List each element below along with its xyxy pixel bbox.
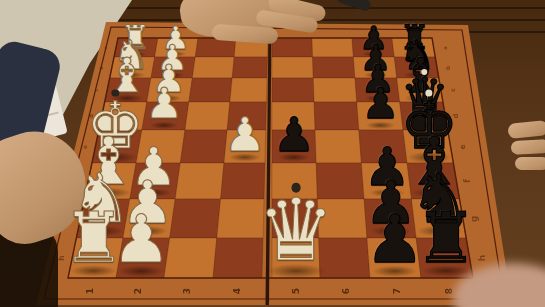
right-player-finger xyxy=(515,157,545,170)
file-label-left-b: b xyxy=(98,66,103,69)
piece-white-pawn-e4[interactable]: ♟ xyxy=(224,111,266,158)
square-h4[interactable] xyxy=(213,238,263,278)
white-queen-finial xyxy=(291,183,300,192)
rank-label-3: 3 xyxy=(182,288,192,294)
rank-label-5: 5 xyxy=(291,288,301,294)
square-g3[interactable] xyxy=(170,199,221,238)
square-c3[interactable] xyxy=(189,78,232,102)
square-c5[interactable] xyxy=(272,78,314,102)
square-b3[interactable] xyxy=(192,57,234,78)
rank-label-1: 1 xyxy=(85,288,95,294)
square-c6[interactable] xyxy=(313,78,357,102)
square-c4[interactable] xyxy=(230,78,267,102)
file-label-right-a: a xyxy=(442,46,448,49)
square-a6[interactable] xyxy=(312,38,353,57)
piece-white-pawn-d2[interactable]: ♟ xyxy=(145,84,183,126)
white-king-finial xyxy=(112,90,119,97)
piece-black-pawn-h7[interactable]: ♟ xyxy=(365,206,425,272)
square-e3[interactable] xyxy=(180,130,227,163)
piece-black-pawn-d7[interactable]: ♟ xyxy=(361,84,399,126)
square-b5[interactable] xyxy=(272,57,313,78)
square-b6[interactable] xyxy=(313,57,355,78)
rank-label-6: 6 xyxy=(341,288,351,294)
piece-black-pawn-e5[interactable]: ♟ xyxy=(273,111,315,158)
square-a5[interactable] xyxy=(272,38,313,57)
black-queen-finial xyxy=(422,69,428,75)
square-h3[interactable] xyxy=(164,238,217,278)
square-d6[interactable] xyxy=(314,102,359,130)
square-e6[interactable] xyxy=(315,130,361,163)
rank-label-4: 4 xyxy=(232,288,242,294)
square-f3[interactable] xyxy=(175,163,224,199)
piece-white-queen-h5[interactable]: ♛ xyxy=(257,187,334,273)
rank-label-2: 2 xyxy=(133,288,143,294)
piece-white-rook-h1[interactable]: ♜ xyxy=(62,203,125,273)
chess-photo-scene: 12345678aabbccddeeffgghh ♜♟♟♜♞♟♟♞♝♟♟♝♛♟♟… xyxy=(0,0,545,307)
square-b4[interactable] xyxy=(232,57,267,78)
right-player-finger xyxy=(511,139,545,155)
rank-label-7: 7 xyxy=(392,288,402,294)
black-king-finial xyxy=(426,90,433,97)
